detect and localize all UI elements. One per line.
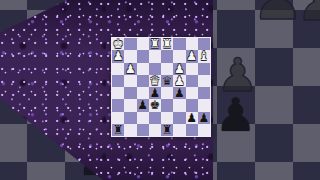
square-b4 — [186, 75, 198, 87]
square-b8 — [186, 124, 198, 136]
square-c8 — [173, 124, 185, 136]
piece-white-rook: ♜ — [162, 38, 173, 50]
piece-white-bishop: ♝ — [198, 50, 209, 62]
square-f7 — [137, 112, 149, 124]
piece-black-rook: ♜ — [113, 124, 124, 136]
square-f8 — [137, 124, 149, 136]
square-d3 — [161, 63, 173, 75]
video-frame: ♟♟♟♟♟♟♟ ♚♜♜♟♟♝♟♟♛♛♟♟♟♟♚♟♟♜♜ — [0, 0, 320, 180]
square-c1 — [173, 38, 185, 50]
chess-board: ♚♜♜♟♟♝♟♟♛♛♟♟♟♟♚♟♟♜♜ — [111, 37, 211, 137]
square-b7: ♟ — [186, 112, 198, 124]
piece-black-queen: ♛ — [162, 75, 173, 87]
square-d7 — [161, 112, 173, 124]
square-h4 — [112, 75, 124, 87]
piece-white-pawn: ♟ — [113, 50, 124, 62]
piece-white-pawn: ♟ — [186, 50, 197, 62]
square-g2 — [124, 50, 136, 62]
piece-black-pawn: ♟ — [174, 87, 185, 99]
square-d2 — [161, 50, 173, 62]
piece-black-pawn: ♟ — [186, 112, 197, 124]
square-h5 — [112, 87, 124, 99]
square-d1: ♜ — [161, 38, 173, 50]
square-a2: ♝ — [198, 50, 210, 62]
square-d8: ♜ — [161, 124, 173, 136]
square-a3 — [198, 63, 210, 75]
square-e2 — [149, 50, 161, 62]
square-c3: ♟ — [173, 63, 185, 75]
square-h2: ♟ — [112, 50, 124, 62]
square-e7 — [149, 112, 161, 124]
square-g5 — [124, 87, 136, 99]
square-g1 — [124, 38, 136, 50]
square-g6 — [124, 99, 136, 111]
square-h6 — [112, 99, 124, 111]
square-b2: ♟ — [186, 50, 198, 62]
square-g7 — [124, 112, 136, 124]
square-f2 — [137, 50, 149, 62]
square-e8 — [149, 124, 161, 136]
square-f1 — [137, 38, 149, 50]
square-d5 — [161, 87, 173, 99]
square-a5 — [198, 87, 210, 99]
square-b5 — [186, 87, 198, 99]
square-c2 — [173, 50, 185, 62]
square-e6: ♚ — [149, 99, 161, 111]
black-pawn-ghost-right: ♟ — [215, 92, 256, 138]
piece-black-rook: ♜ — [162, 124, 173, 136]
square-h8: ♜ — [112, 124, 124, 136]
square-c5: ♟ — [173, 87, 185, 99]
square-a7: ♟ — [198, 112, 210, 124]
square-f6: ♟ — [137, 99, 149, 111]
square-d6 — [161, 99, 173, 111]
piece-white-rook: ♜ — [149, 38, 160, 50]
square-a6 — [198, 99, 210, 111]
square-a8 — [198, 124, 210, 136]
piece-white-pawn: ♟ — [125, 63, 136, 75]
square-e3 — [149, 63, 161, 75]
square-a4 — [198, 75, 210, 87]
square-b3 — [186, 63, 198, 75]
square-e1: ♜ — [149, 38, 161, 50]
piece-black-king: ♚ — [149, 99, 160, 111]
white-pawn-ghost-top-right-cut: ♟ — [296, 0, 320, 29]
square-g3: ♟ — [124, 63, 136, 75]
square-g8 — [124, 124, 136, 136]
piece-white-king: ♚ — [113, 38, 124, 50]
piece-white-queen: ♛ — [149, 75, 160, 87]
square-h3 — [112, 63, 124, 75]
square-g4 — [124, 75, 136, 87]
piece-black-pawn: ♟ — [137, 99, 148, 111]
square-h7 — [112, 112, 124, 124]
piece-white-pawn: ♟ — [174, 75, 185, 87]
piece-white-pawn: ♟ — [174, 63, 185, 75]
piece-black-pawn: ♟ — [149, 87, 160, 99]
square-b6 — [186, 99, 198, 111]
square-c7 — [173, 112, 185, 124]
piece-black-pawn: ♟ — [198, 112, 209, 124]
square-f4 — [137, 75, 149, 87]
square-c6 — [173, 99, 185, 111]
square-d4: ♛ — [161, 75, 173, 87]
square-f3 — [137, 63, 149, 75]
